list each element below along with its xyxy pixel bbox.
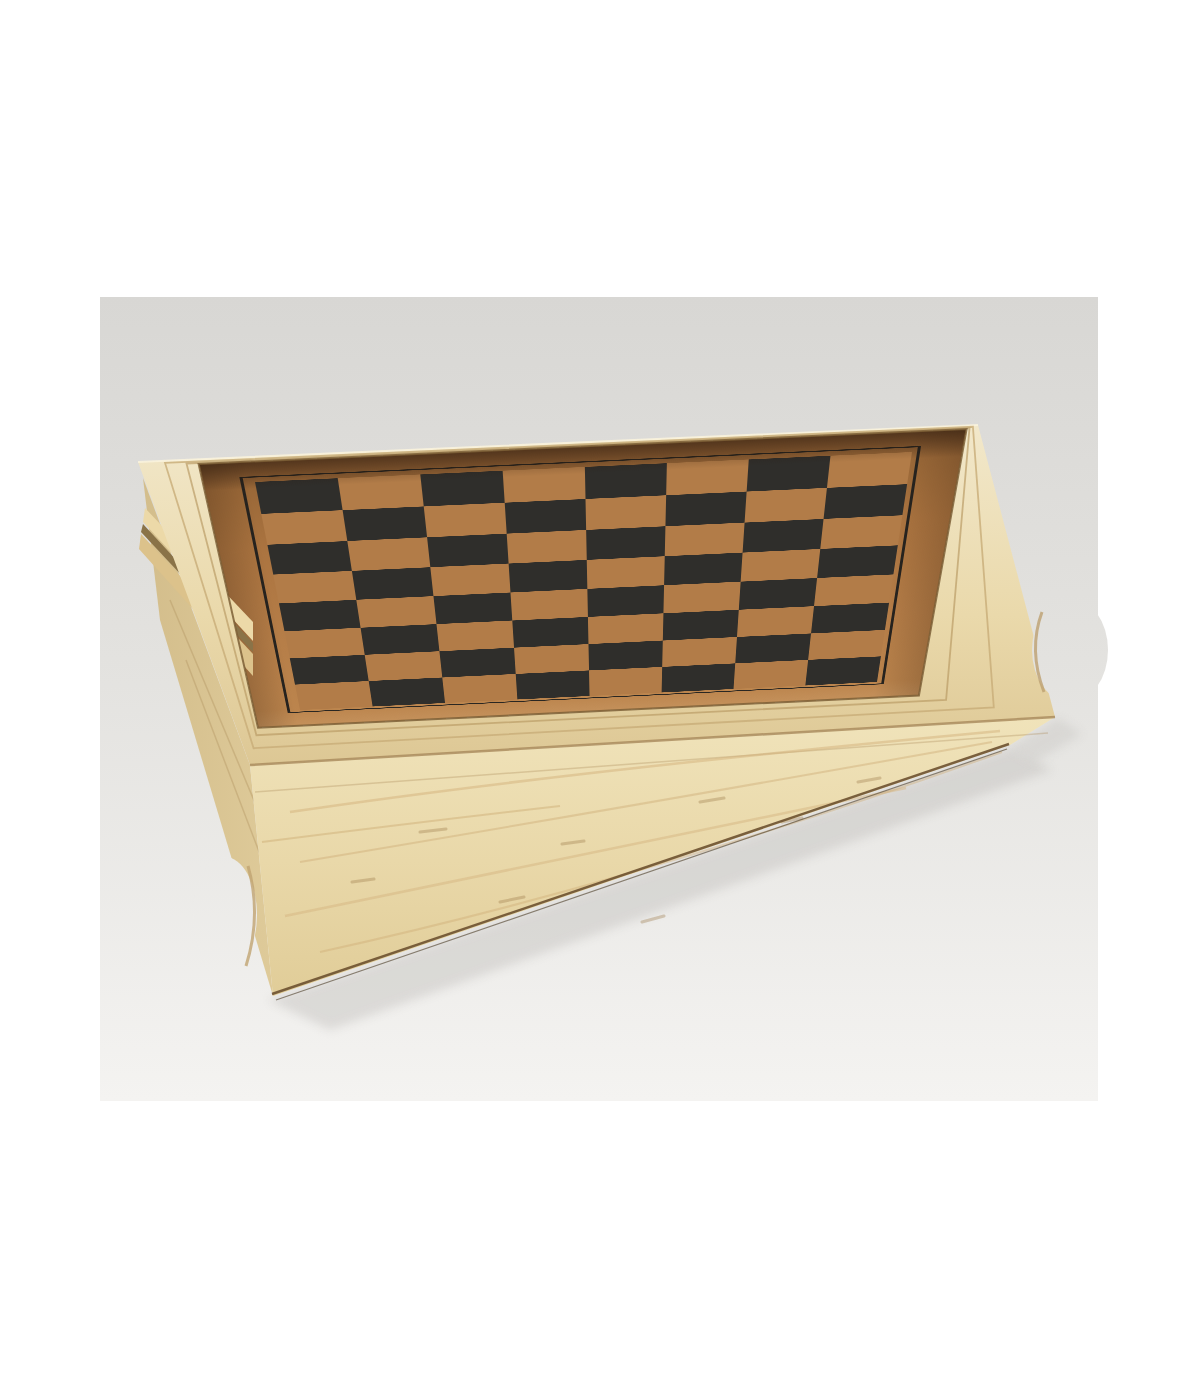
board-square — [663, 610, 739, 641]
board-square — [824, 484, 908, 519]
board-square — [745, 488, 827, 523]
board-square — [338, 474, 424, 510]
board-square — [586, 526, 665, 560]
board-square — [295, 681, 373, 710]
board-square — [369, 677, 445, 706]
chessboard — [255, 452, 912, 710]
board-square — [512, 617, 588, 648]
board-square — [665, 492, 746, 527]
board-square — [589, 667, 662, 696]
board-square — [586, 495, 667, 530]
board-square — [343, 506, 427, 541]
board-square — [267, 541, 351, 575]
board-square — [365, 651, 443, 681]
board-square — [663, 582, 740, 614]
board-square — [747, 456, 831, 492]
board-square — [509, 560, 588, 593]
board-square — [741, 549, 821, 582]
board-square — [255, 478, 343, 514]
board-square — [352, 567, 434, 600]
board-square — [588, 613, 664, 644]
board-square — [514, 644, 589, 674]
board-square — [808, 630, 885, 660]
board-square — [290, 655, 369, 685]
board-square — [588, 641, 662, 671]
board-square — [273, 571, 356, 604]
board-square — [662, 663, 736, 692]
board-square — [356, 596, 436, 628]
board-square — [439, 648, 515, 678]
board-square — [743, 519, 824, 553]
board-square — [664, 553, 743, 586]
board-square — [505, 499, 586, 534]
board-square — [430, 564, 510, 597]
board-square — [503, 467, 586, 503]
board-square — [436, 621, 514, 652]
board-square — [585, 463, 667, 499]
board-square — [433, 592, 512, 624]
board-square — [279, 600, 361, 632]
board-square — [510, 589, 587, 621]
board-square — [805, 656, 881, 685]
board-square — [347, 537, 430, 571]
board-square — [442, 674, 517, 703]
board-square — [817, 545, 898, 578]
photo-stage — [0, 0, 1200, 1400]
board-square — [666, 459, 749, 495]
board-square — [734, 660, 809, 689]
board-square — [424, 503, 507, 538]
board-square — [427, 534, 509, 568]
board-square — [735, 633, 811, 663]
board-square — [820, 515, 902, 549]
board-square — [587, 556, 665, 589]
board-square — [261, 510, 347, 545]
board-square — [662, 637, 737, 667]
board-square — [587, 585, 664, 617]
board-surface — [199, 429, 967, 728]
board-square — [739, 578, 817, 610]
board-square — [516, 670, 590, 699]
board-square — [814, 574, 893, 606]
board-square — [507, 530, 587, 564]
board-square — [665, 523, 745, 557]
board-square — [420, 471, 504, 507]
board-square — [811, 603, 889, 634]
board-square — [737, 606, 814, 637]
board-square — [361, 624, 440, 655]
board-square — [284, 628, 364, 659]
board-square — [827, 452, 912, 488]
